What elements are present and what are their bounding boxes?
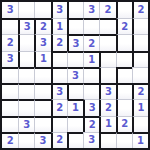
cell-r7c0[interactable] bbox=[2, 116, 18, 132]
cell-r1c1[interactable]: 3 bbox=[18, 18, 34, 34]
given-digit: 3 bbox=[56, 5, 63, 15]
given-digit: 3 bbox=[73, 39, 80, 49]
cell-r7c5[interactable]: 2 bbox=[83, 116, 99, 132]
cell-r7c8[interactable] bbox=[132, 116, 148, 132]
given-digit: 3 bbox=[56, 87, 63, 97]
cell-r4c2[interactable] bbox=[34, 67, 50, 83]
cell-r6c5[interactable]: 3 bbox=[83, 99, 99, 115]
cell-r0c5[interactable]: 3 bbox=[83, 2, 99, 18]
cell-r8c2[interactable]: 3 bbox=[34, 132, 50, 148]
cell-r0c6[interactable]: 2 bbox=[99, 2, 115, 18]
given-digit: 3 bbox=[7, 54, 14, 64]
cell-r5c1[interactable] bbox=[18, 83, 34, 99]
given-digit: 2 bbox=[121, 119, 128, 129]
given-digit: 1 bbox=[88, 55, 95, 65]
cell-r5c3[interactable]: 3 bbox=[51, 83, 67, 99]
cell-r7c4[interactable] bbox=[67, 116, 83, 132]
given-digit: 1 bbox=[137, 103, 144, 113]
cell-r8c7[interactable] bbox=[116, 132, 132, 148]
cell-r5c4[interactable] bbox=[67, 83, 83, 99]
given-digit: 2 bbox=[105, 103, 112, 113]
cell-r5c0[interactable] bbox=[2, 83, 18, 99]
cell-r1c2[interactable]: 2 bbox=[34, 18, 50, 34]
cell-r4c7[interactable] bbox=[116, 67, 132, 83]
cell-r3c7[interactable] bbox=[116, 51, 132, 67]
cell-r6c6[interactable]: 2 bbox=[99, 99, 115, 115]
cell-r2c8[interactable] bbox=[132, 34, 148, 50]
given-digit: 2 bbox=[7, 136, 14, 146]
given-digit: 1 bbox=[137, 136, 144, 146]
cell-r1c8[interactable] bbox=[132, 18, 148, 34]
given-digit: 1 bbox=[40, 54, 47, 64]
given-digit: 2 bbox=[104, 5, 111, 15]
cell-r8c3[interactable]: 2 bbox=[51, 132, 67, 148]
given-digit: 3 bbox=[88, 5, 95, 15]
cell-r4c3[interactable] bbox=[51, 67, 67, 83]
cell-r1c4[interactable] bbox=[67, 18, 83, 34]
cell-r7c7[interactable]: 2 bbox=[116, 116, 132, 132]
cell-r5c7[interactable] bbox=[116, 83, 132, 99]
cell-r6c8[interactable]: 1 bbox=[132, 99, 148, 115]
cell-r4c8[interactable] bbox=[132, 67, 148, 83]
cell-r0c1[interactable] bbox=[18, 2, 34, 18]
cell-r0c2[interactable] bbox=[34, 2, 50, 18]
cell-r0c8[interactable]: 2 bbox=[132, 2, 148, 18]
given-digit: 3 bbox=[24, 22, 31, 32]
cell-r1c7[interactable]: 2 bbox=[116, 18, 132, 34]
cell-r2c4[interactable]: 3 bbox=[67, 34, 83, 50]
given-digit: 1 bbox=[72, 103, 79, 113]
cell-r6c7[interactable] bbox=[116, 99, 132, 115]
cell-r2c7[interactable] bbox=[116, 34, 132, 50]
cell-r6c1[interactable] bbox=[18, 99, 34, 115]
cell-r8c1[interactable] bbox=[18, 132, 34, 148]
cell-r5c2[interactable] bbox=[34, 83, 50, 99]
cell-r6c2[interactable] bbox=[34, 99, 50, 115]
cell-r8c6[interactable] bbox=[99, 132, 115, 148]
cell-r8c4[interactable] bbox=[67, 132, 83, 148]
cell-r3c2[interactable]: 1 bbox=[34, 51, 50, 67]
cell-r3c8[interactable] bbox=[132, 51, 148, 67]
cell-r4c1[interactable] bbox=[18, 67, 34, 83]
cell-r8c5[interactable]: 3 bbox=[83, 132, 99, 148]
cell-r4c0[interactable] bbox=[2, 67, 18, 83]
given-digit: 2 bbox=[137, 87, 144, 97]
cell-r3c0[interactable]: 3 bbox=[2, 51, 18, 67]
given-digit: 2 bbox=[56, 38, 63, 48]
given-digit: 2 bbox=[40, 22, 47, 32]
given-digit: 2 bbox=[56, 103, 63, 113]
given-digit: 3 bbox=[7, 5, 14, 15]
cell-r3c5[interactable]: 1 bbox=[83, 51, 99, 67]
cell-r5c6[interactable]: 3 bbox=[99, 83, 115, 99]
cell-r0c4[interactable] bbox=[67, 2, 83, 18]
cell-r4c4[interactable]: 3 bbox=[67, 67, 83, 83]
given-digit: 3 bbox=[40, 136, 47, 146]
given-digit: 2 bbox=[121, 22, 128, 32]
cell-r7c2[interactable] bbox=[34, 116, 50, 132]
cell-r7c6[interactable]: 1 bbox=[99, 116, 115, 132]
given-digit: 2 bbox=[7, 38, 14, 48]
cell-r0c0[interactable]: 3 bbox=[2, 2, 18, 18]
given-digit: 2 bbox=[88, 39, 95, 49]
given-digit: 1 bbox=[56, 22, 63, 32]
cell-r6c0[interactable] bbox=[2, 99, 18, 115]
given-digit: 1 bbox=[105, 119, 112, 129]
cell-r2c1[interactable] bbox=[18, 34, 34, 50]
cell-r7c1[interactable]: 3 bbox=[18, 116, 34, 132]
given-digit: 2 bbox=[56, 135, 63, 145]
cell-r2c0[interactable]: 2 bbox=[2, 34, 18, 50]
given-digit: 3 bbox=[23, 120, 30, 130]
cell-r3c3[interactable] bbox=[51, 51, 67, 67]
cell-r2c2[interactable]: 3 bbox=[34, 34, 50, 50]
cell-r2c3[interactable]: 2 bbox=[51, 34, 67, 50]
cell-r8c0[interactable]: 2 bbox=[2, 132, 18, 148]
given-digit: 3 bbox=[89, 103, 96, 113]
cell-r6c4[interactable]: 1 bbox=[67, 99, 83, 115]
cell-r3c1[interactable] bbox=[18, 51, 34, 67]
cell-r5c8[interactable]: 2 bbox=[132, 83, 148, 99]
cell-r2c5[interactable]: 2 bbox=[83, 34, 99, 50]
cell-r7c3[interactable] bbox=[51, 116, 67, 132]
given-digit: 2 bbox=[137, 5, 144, 15]
cell-r4c6[interactable] bbox=[99, 67, 115, 83]
cell-r3c6[interactable] bbox=[99, 51, 115, 67]
cell-r3c4[interactable] bbox=[67, 51, 83, 67]
given-digit: 3 bbox=[105, 87, 112, 97]
cell-r0c3[interactable]: 3 bbox=[51, 2, 67, 18]
cell-r1c3[interactable]: 1 bbox=[51, 18, 67, 34]
given-digit: 3 bbox=[40, 38, 47, 48]
given-digit: 3 bbox=[72, 71, 79, 81]
cell-r6c3[interactable]: 2 bbox=[51, 99, 67, 115]
cell-r1c6[interactable] bbox=[99, 18, 115, 34]
given-digit: 2 bbox=[89, 120, 96, 130]
puzzle-board: 33322321223232311333221321321223231 bbox=[0, 0, 150, 150]
cell-r0c7[interactable] bbox=[116, 2, 132, 18]
cell-r8c8[interactable]: 1 bbox=[132, 132, 148, 148]
cell-r4c5[interactable] bbox=[83, 67, 99, 83]
cell-r5c5[interactable] bbox=[83, 83, 99, 99]
cell-r2c6[interactable] bbox=[99, 34, 115, 50]
given-digit: 3 bbox=[88, 135, 95, 145]
cell-r1c5[interactable] bbox=[83, 18, 99, 34]
cell-r1c0[interactable] bbox=[2, 18, 18, 34]
